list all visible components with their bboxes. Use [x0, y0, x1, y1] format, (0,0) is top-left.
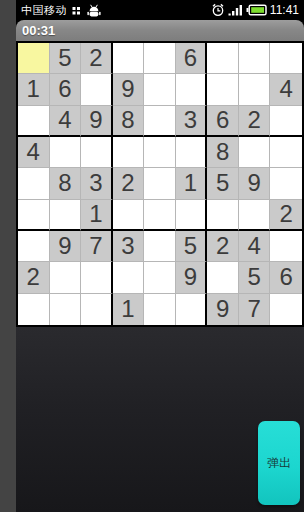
signal-icon: [228, 4, 243, 16]
sudoku-cell-r7c6[interactable]: 5: [176, 231, 208, 262]
sudoku-cell-r2c3[interactable]: [81, 74, 113, 105]
sudoku-cell-r1c6[interactable]: 6: [176, 43, 208, 74]
sudoku-cell-r5c1[interactable]: [18, 168, 50, 199]
sudoku-cell-r2c8[interactable]: [239, 74, 271, 105]
sudoku-cell-r5c8[interactable]: 9: [239, 168, 271, 199]
sudoku-cell-r6c5[interactable]: [144, 200, 176, 231]
sudoku-cell-r8c8[interactable]: 5: [239, 262, 271, 293]
alarm-icon: [211, 3, 225, 17]
status-bar-left: 中国移动: [21, 3, 102, 18]
sudoku-cell-r5c4[interactable]: 2: [113, 168, 145, 199]
sudoku-cell-r4c3[interactable]: [81, 137, 113, 168]
sudoku-cell-r5c2[interactable]: 8: [50, 168, 82, 199]
sudoku-cell-r7c5[interactable]: [144, 231, 176, 262]
sudoku-cell-r2c5[interactable]: [144, 74, 176, 105]
sudoku-cell-r2c2[interactable]: 6: [50, 74, 82, 105]
elapsed-time: 00:31: [22, 23, 55, 38]
sudoku-cell-r4c9[interactable]: [270, 137, 302, 168]
sudoku-cell-r3c9[interactable]: [270, 106, 302, 137]
sudoku-cell-r1c7[interactable]: [207, 43, 239, 74]
sudoku-cell-r7c7[interactable]: 2: [207, 231, 239, 262]
timer-bar: 00:31: [16, 20, 304, 41]
sudoku-cell-r5c6[interactable]: 1: [176, 168, 208, 199]
sudoku-cell-r8c4[interactable]: [113, 262, 145, 293]
sudoku-cell-r2c1[interactable]: 1: [18, 74, 50, 105]
sudoku-cell-r7c1[interactable]: [18, 231, 50, 262]
sudoku-cell-r6c2[interactable]: [50, 200, 82, 231]
sudoku-cell-r1c1[interactable]: [18, 43, 50, 74]
sudoku-cell-r9c2[interactable]: [50, 294, 82, 325]
sudoku-cell-r9c6[interactable]: [176, 294, 208, 325]
sudoku-cell-r8c9[interactable]: 6: [270, 262, 302, 293]
sudoku-cell-r4c4[interactable]: [113, 137, 145, 168]
sudoku-cell-r4c5[interactable]: [144, 137, 176, 168]
sudoku-cell-r6c1[interactable]: [18, 200, 50, 231]
network-badge-icon: [72, 6, 81, 15]
sudoku-cell-r2c7[interactable]: [207, 74, 239, 105]
sudoku-cell-r9c8[interactable]: 7: [239, 294, 271, 325]
sudoku-cell-r3c8[interactable]: 2: [239, 106, 271, 137]
sudoku-cell-r6c8[interactable]: [239, 200, 271, 231]
sudoku-cell-r3c4[interactable]: 8: [113, 106, 145, 137]
sudoku-cell-r3c7[interactable]: 6: [207, 106, 239, 137]
sudoku-cell-r1c5[interactable]: [144, 43, 176, 74]
popout-button[interactable]: 弹出: [258, 421, 300, 505]
phone-screen: 中国移动: [16, 0, 304, 512]
sudoku-cell-r4c7[interactable]: 8: [207, 137, 239, 168]
sudoku-cell-r8c7[interactable]: [207, 262, 239, 293]
sudoku-cell-r1c3[interactable]: 2: [81, 43, 113, 74]
battery-fill: [251, 7, 264, 13]
sudoku-cell-r8c5[interactable]: [144, 262, 176, 293]
sudoku-cell-r5c3[interactable]: 3: [81, 168, 113, 199]
sudoku-cell-r2c4[interactable]: 9: [113, 74, 145, 105]
sudoku-cell-r8c3[interactable]: [81, 262, 113, 293]
sudoku-cell-r1c2[interactable]: 5: [50, 43, 82, 74]
bottom-panel: 弹出: [16, 327, 304, 512]
sudoku-cell-r3c6[interactable]: 3: [176, 106, 208, 137]
sudoku-cell-r9c5[interactable]: [144, 294, 176, 325]
status-bar: 中国移动: [16, 0, 304, 20]
sudoku-cell-r9c4[interactable]: 1: [113, 294, 145, 325]
sudoku-cell-r6c9[interactable]: 2: [270, 200, 302, 231]
battery-icon: [246, 4, 267, 16]
sudoku-cell-r6c7[interactable]: [207, 200, 239, 231]
sudoku-cell-r4c8[interactable]: [239, 137, 271, 168]
sudoku-cell-r7c2[interactable]: 9: [50, 231, 82, 262]
sudoku-cell-r3c2[interactable]: 4: [50, 106, 82, 137]
sudoku-cell-r8c6[interactable]: 9: [176, 262, 208, 293]
sudoku-cell-r8c2[interactable]: [50, 262, 82, 293]
sudoku-cell-r8c1[interactable]: 2: [18, 262, 50, 293]
sudoku-cell-r3c5[interactable]: [144, 106, 176, 137]
sudoku-cell-r6c4[interactable]: [113, 200, 145, 231]
sudoku-cell-r2c6[interactable]: [176, 74, 208, 105]
status-time: 11:41: [270, 3, 299, 17]
sudoku-cell-r7c4[interactable]: 3: [113, 231, 145, 262]
sudoku-cell-r3c3[interactable]: 9: [81, 106, 113, 137]
sudoku-cell-r2c9[interactable]: 4: [270, 74, 302, 105]
sudoku-cell-r7c9[interactable]: [270, 231, 302, 262]
sudoku-cell-r5c9[interactable]: [270, 168, 302, 199]
android-debug-icon: [86, 4, 102, 17]
sudoku-cell-r4c6[interactable]: [176, 137, 208, 168]
sudoku-cell-r9c7[interactable]: 9: [207, 294, 239, 325]
carrier-label: 中国移动: [21, 3, 67, 18]
sudoku-cell-r5c5[interactable]: [144, 168, 176, 199]
sudoku-cell-r3c1[interactable]: [18, 106, 50, 137]
sudoku-board: 526169449836248832159129735242956197: [16, 41, 304, 327]
sudoku-cell-r9c1[interactable]: [18, 294, 50, 325]
sudoku-cell-r1c4[interactable]: [113, 43, 145, 74]
sudoku-cell-r4c2[interactable]: [50, 137, 82, 168]
sudoku-cell-r1c9[interactable]: [270, 43, 302, 74]
sudoku-cell-r7c8[interactable]: 4: [239, 231, 271, 262]
sudoku-cell-r4c1[interactable]: 4: [18, 137, 50, 168]
status-bar-right: 11:41: [211, 3, 299, 17]
sudoku-cell-r9c3[interactable]: [81, 294, 113, 325]
sudoku-cell-r5c7[interactable]: 5: [207, 168, 239, 199]
sudoku-cell-r9c9[interactable]: [270, 294, 302, 325]
sudoku-cell-r6c6[interactable]: [176, 200, 208, 231]
sudoku-cell-r7c3[interactable]: 7: [81, 231, 113, 262]
sudoku-cell-r1c8[interactable]: [239, 43, 271, 74]
sudoku-cell-r6c3[interactable]: 1: [81, 200, 113, 231]
